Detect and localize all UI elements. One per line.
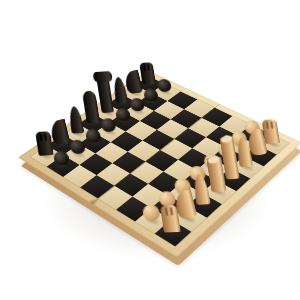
white-pawn-a2[interactable]: [142, 204, 161, 220]
chess-set-photo: [0, 0, 300, 300]
